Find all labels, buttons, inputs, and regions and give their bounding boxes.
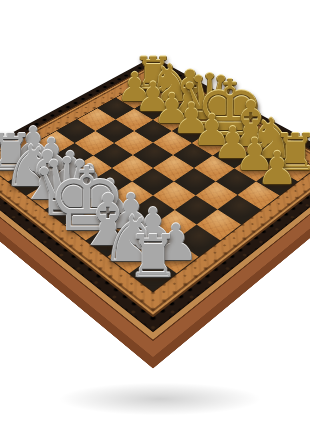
chess-board [0,57,310,331]
sawtooth-trim [0,57,310,331]
board-shadow [55,382,265,416]
chess-set-photo: ♜♞♟♝♟♛♟♚♟♝♟♞♟♟♜♟♟♜♟♟♞♟♝♟♛♟♚♟♝♟♞♜ [0,0,310,430]
